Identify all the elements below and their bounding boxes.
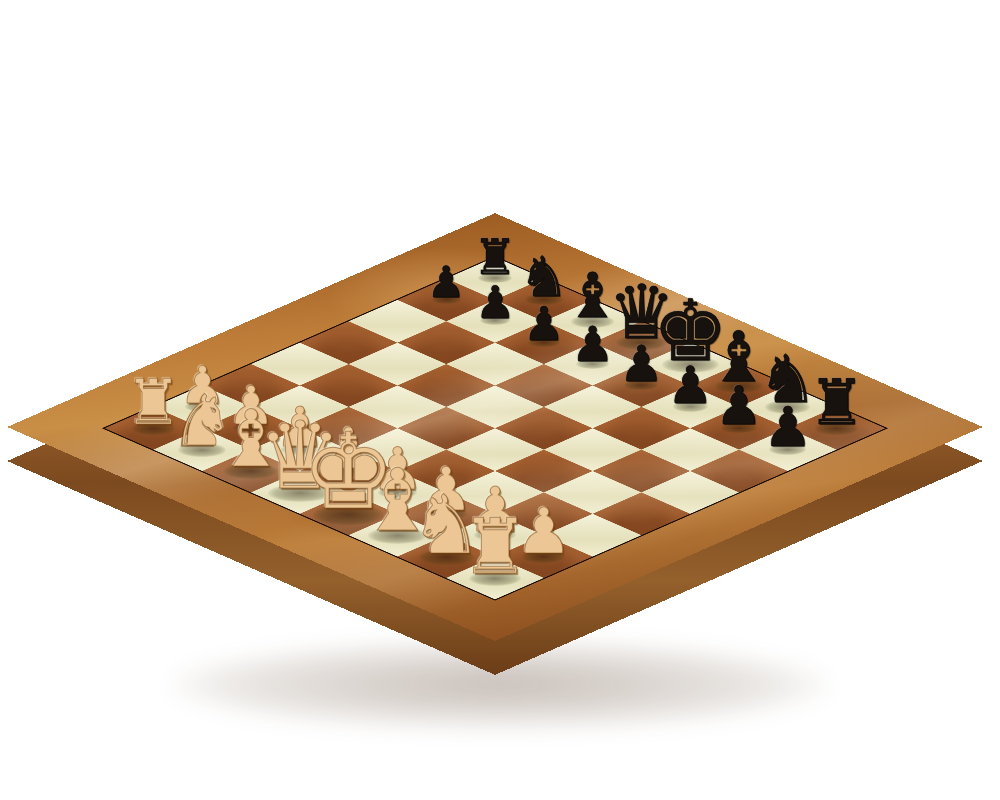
black-pawn-c7[interactable]: ♟: [521, 301, 567, 347]
black-pawn-g7[interactable]: ♟: [712, 380, 765, 433]
black-pawn-f7[interactable]: ♟: [664, 360, 716, 412]
black-pawn-d7[interactable]: ♟: [569, 320, 617, 368]
white-rook-h1[interactable]: ♜: [457, 509, 534, 586]
black-pawn-e7[interactable]: ♟: [616, 340, 666, 390]
black-pawn-b7[interactable]: ♟: [473, 281, 518, 326]
chess-product-photo: ♜♞♝♛♚♝♞♜♟♟♟♟♟♟♟♟♟♟♟♟♟♟♟♟♜♞♝♛♚♝♞♜: [0, 0, 1000, 800]
black-pawn-a7[interactable]: ♟: [425, 261, 468, 304]
black-pawn-h7[interactable]: ♟: [760, 400, 815, 455]
